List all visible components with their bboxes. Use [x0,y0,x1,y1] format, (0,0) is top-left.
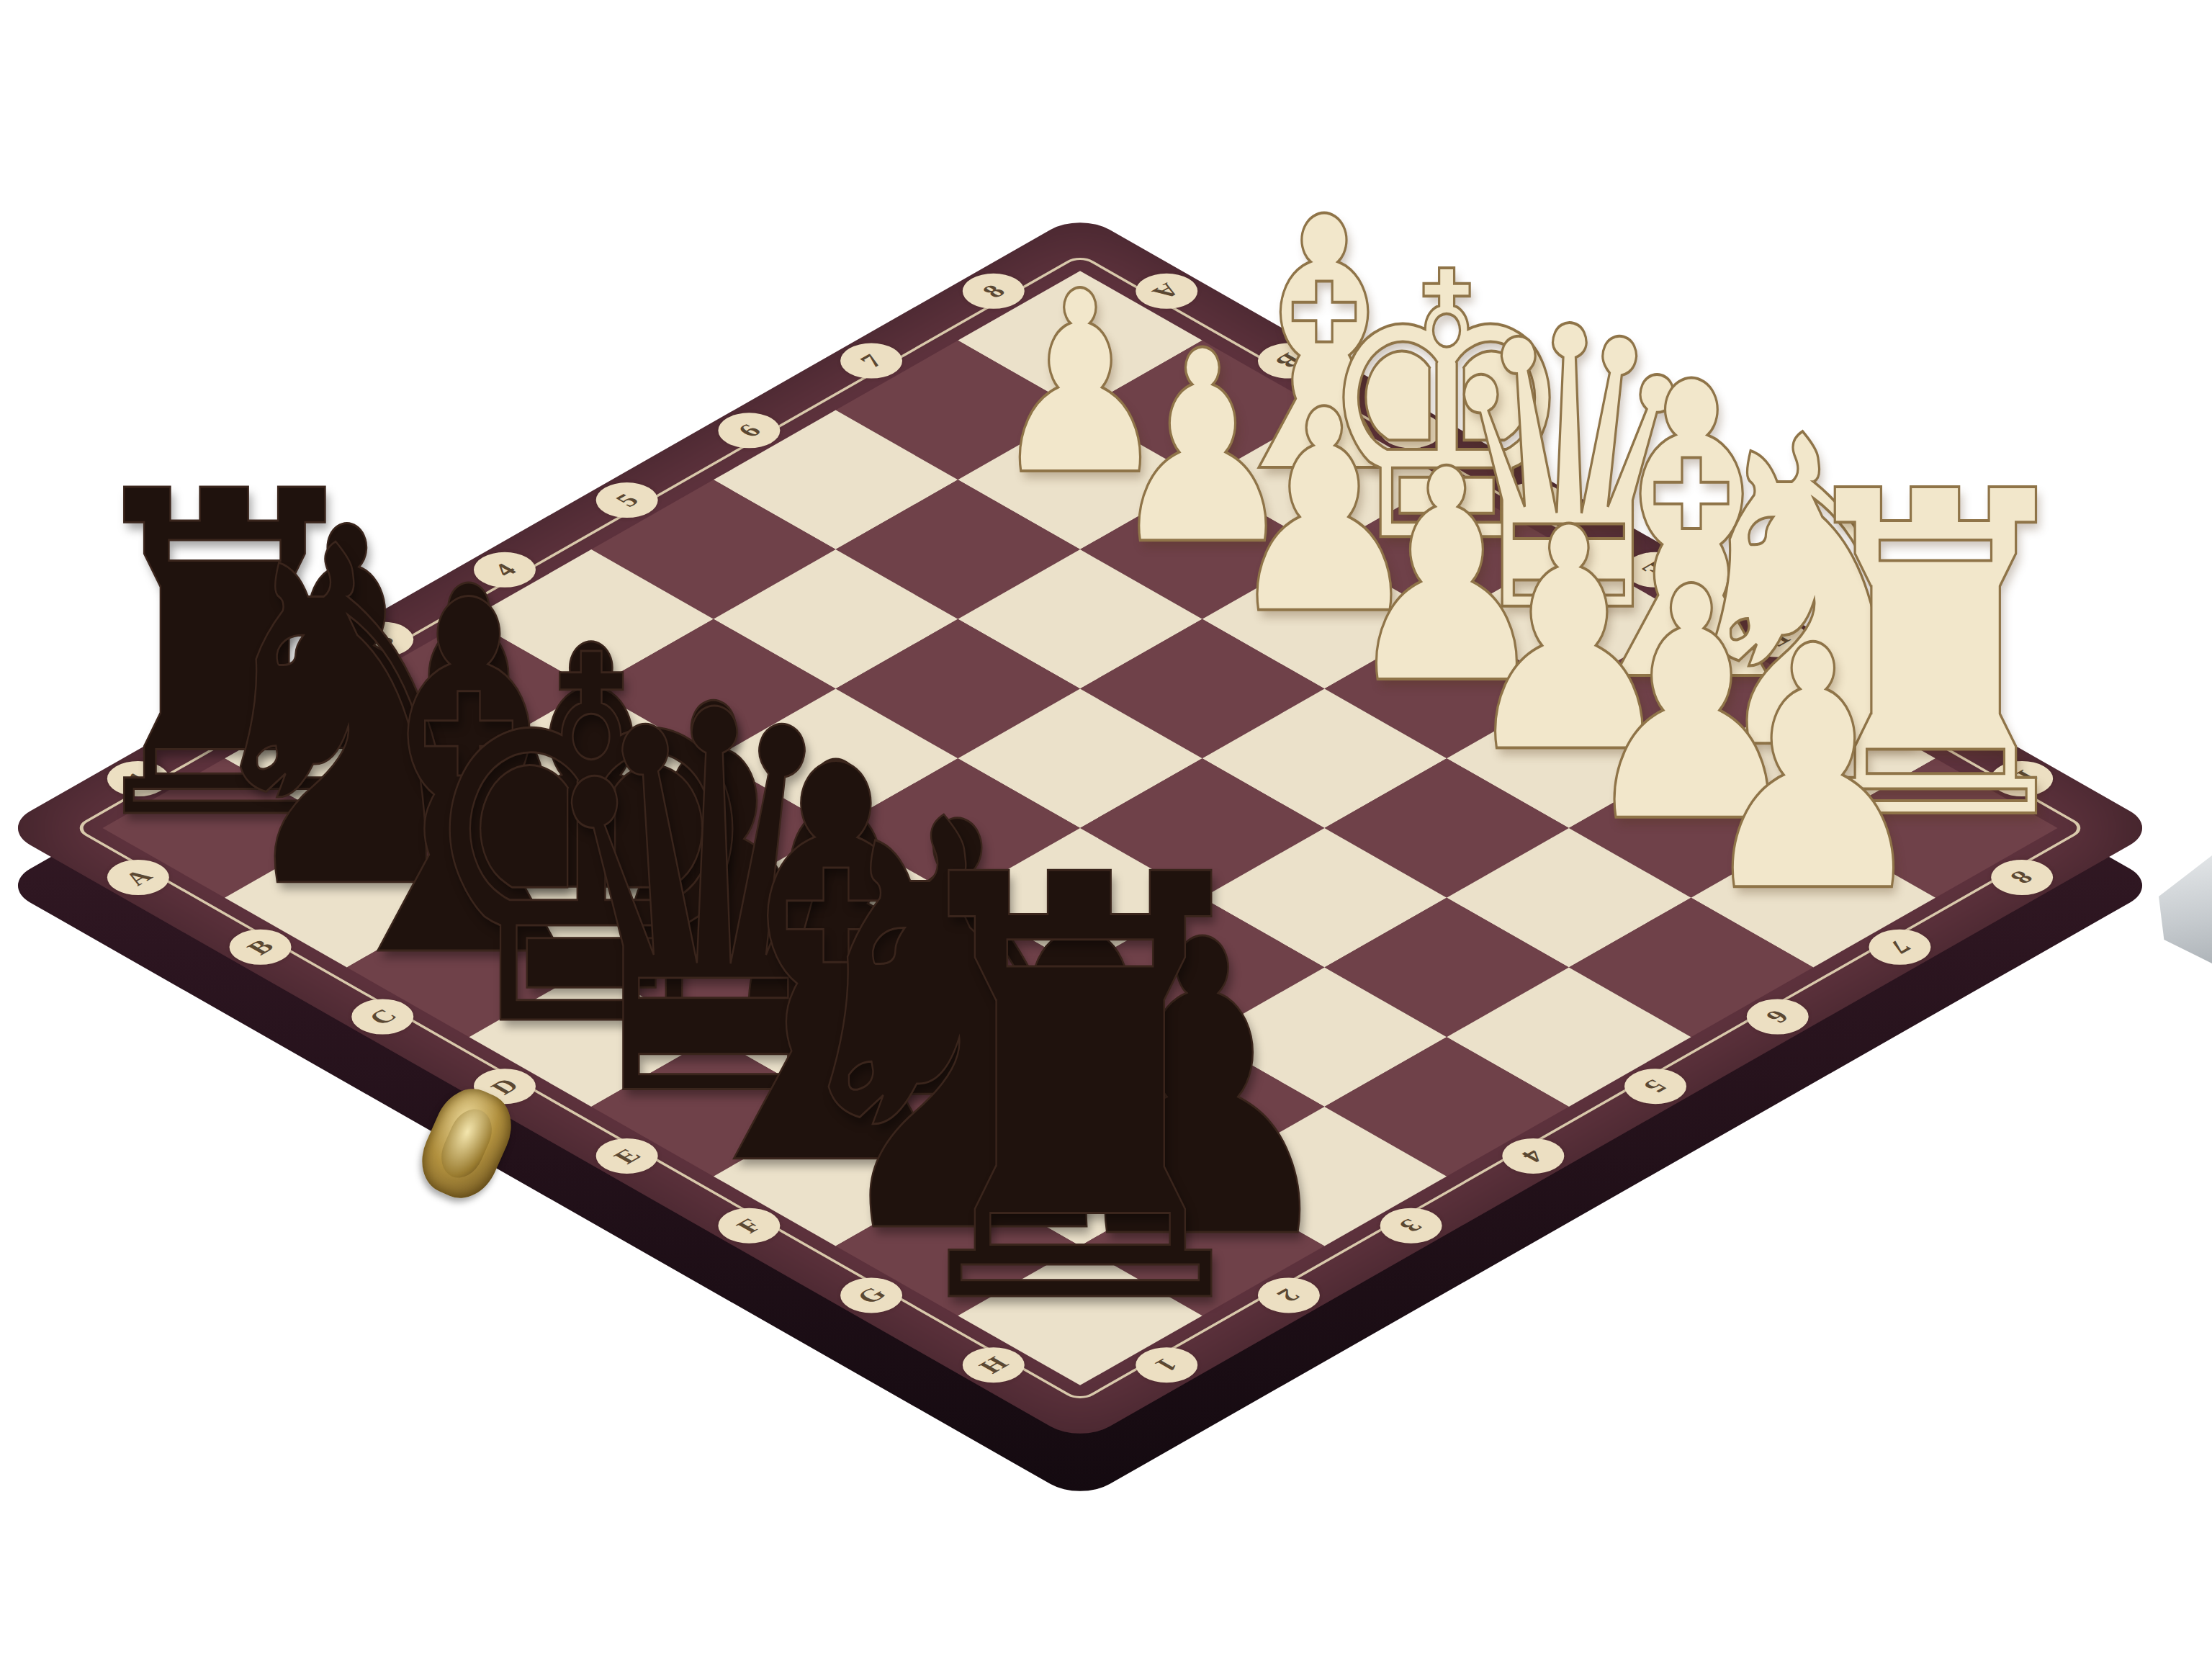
pieces-layer: ♜♞♝♚♛♝♞♜♟♟♟♟♟♟♟♟♟♟♟♟♟♟♟♟♜♞♝♚♛♝♞♜ [0,0,2212,1659]
piece-dark-rook-h1[interactable]: ♜ [871,802,1290,1385]
piece-light-pawn-h7[interactable]: ♟ [1693,603,1933,938]
chess-set-photo: AA11BB22CC33DD44EE55FF66GG77HH88 ♜♞♝♚♛♝♞… [0,0,2212,1659]
hinge-tab [2159,855,2212,963]
